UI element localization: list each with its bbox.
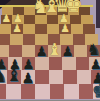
square-e6[interactable] — [47, 24, 59, 34]
square-f1[interactable] — [64, 84, 79, 99]
square-g6[interactable] — [71, 24, 83, 34]
piece-black-pawn-d4[interactable]: ♟ — [35, 45, 47, 59]
square-b1[interactable] — [6, 84, 21, 99]
square-d3[interactable] — [35, 57, 49, 70]
square-h1[interactable]: ♚ — [93, 84, 100, 99]
square-h6[interactable] — [83, 24, 95, 34]
square-c5[interactable] — [23, 34, 36, 45]
square-h7[interactable] — [81, 15, 93, 24]
square-c2[interactable]: ♟ — [21, 70, 35, 84]
square-f3[interactable] — [62, 57, 76, 70]
chessboard-photo: ♞♝♛♚♟♟♟♟♟♟♝♟♞♟♟♟♟♞♝♟♟♚ — [0, 0, 100, 100]
square-c1[interactable] — [21, 84, 36, 99]
square-d4[interactable]: ♟ — [35, 45, 48, 57]
square-a7[interactable]: ♟ — [1, 15, 13, 24]
square-e2[interactable] — [49, 70, 63, 84]
square-d2[interactable] — [35, 70, 49, 84]
square-b6[interactable]: ♟ — [11, 24, 23, 34]
board-rank-2: ♞♝♟♟ — [0, 70, 100, 84]
piece-black-pawn-c2[interactable]: ♟ — [22, 71, 35, 85]
square-e7[interactable] — [47, 15, 59, 24]
square-d6[interactable] — [35, 24, 47, 34]
board-rank-6: ♟♟ — [0, 24, 95, 34]
square-h3[interactable]: ♟ — [89, 57, 100, 70]
square-b5[interactable] — [10, 34, 23, 45]
square-e4[interactable]: ♝ — [48, 45, 61, 57]
square-f6[interactable]: ♟ — [59, 24, 71, 34]
board-rank-1: ♚ — [0, 84, 100, 99]
square-d1[interactable] — [35, 84, 50, 99]
square-a5[interactable] — [0, 34, 10, 45]
piece-black-king-h1[interactable]: ♚ — [92, 81, 100, 101]
piece-black-pawn-f4[interactable]: ♟ — [61, 45, 73, 59]
square-e1[interactable] — [50, 84, 65, 99]
square-f4[interactable]: ♟ — [61, 45, 74, 57]
square-g7[interactable] — [70, 15, 82, 24]
chess-board: ♞♝♛♚♟♟♟♟♟♟♝♟♞♟♟♟♟♞♝♟♟♚ — [0, 5, 100, 99]
square-d7[interactable] — [35, 15, 47, 24]
square-g8[interactable]: ♚ — [68, 7, 79, 15]
square-f2[interactable] — [63, 70, 77, 84]
square-c7[interactable] — [24, 15, 36, 24]
square-a6[interactable] — [0, 24, 11, 34]
piece-black-bishop-b2[interactable]: ♝ — [6, 67, 22, 85]
square-g4[interactable] — [74, 45, 87, 57]
piece-white-bishop-e4[interactable]: ♝ — [47, 42, 62, 59]
square-g5[interactable] — [73, 34, 86, 45]
square-b2[interactable]: ♝ — [7, 70, 21, 84]
square-e3[interactable] — [49, 57, 63, 70]
square-h8[interactable] — [79, 7, 90, 15]
square-g2[interactable] — [77, 70, 91, 84]
square-g3[interactable] — [76, 57, 90, 70]
square-c3[interactable]: ♟ — [22, 57, 36, 70]
square-c6[interactable] — [23, 24, 35, 34]
